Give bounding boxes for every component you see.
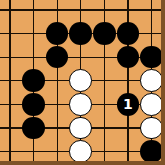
intersection-r5-c7 <box>140 93 164 117</box>
intersection-r5-c3 <box>45 93 69 117</box>
board-edge-right <box>161 0 165 165</box>
black-stone <box>46 22 69 45</box>
intersection-r7-c1 <box>0 140 22 164</box>
intersection-r2-c1 <box>0 22 22 46</box>
intersection-r6-c4 <box>69 116 93 140</box>
intersection-r1-c6 <box>116 0 140 22</box>
intersection-r5-c1 <box>0 93 22 117</box>
black-stone <box>22 69 45 92</box>
intersection-r1-c4 <box>69 0 93 22</box>
intersection-r1-c3 <box>45 0 69 22</box>
intersection-r3-c1 <box>0 45 22 69</box>
intersection-r6-c7 <box>140 116 164 140</box>
intersection-r7-c7 <box>140 140 164 164</box>
intersection-r5-c4 <box>69 93 93 117</box>
intersection-r4-c6 <box>116 69 140 93</box>
intersection-r2-c4 <box>69 22 93 46</box>
intersection-r5-c2 <box>22 93 46 117</box>
intersection-r4-c5 <box>93 69 117 93</box>
intersection-r3-c2 <box>22 45 46 69</box>
intersection-r3-c3 <box>45 45 69 69</box>
intersection-r2-c2 <box>22 22 46 46</box>
intersection-r3-c4 <box>69 45 93 69</box>
intersection-r7-c5 <box>93 140 117 164</box>
intersection-r4-c7 <box>140 69 164 93</box>
intersection-r2-c7 <box>140 22 164 46</box>
intersection-r7-c3 <box>45 140 69 164</box>
intersection-r6-c2 <box>22 116 46 140</box>
intersection-r4-c4 <box>69 69 93 93</box>
black-stone <box>140 140 163 163</box>
black-stone <box>22 117 45 140</box>
intersection-r1-c2 <box>22 0 46 22</box>
intersection-r1-c1 <box>0 0 22 22</box>
black-stone <box>117 46 140 69</box>
black-stone <box>117 22 140 45</box>
white-stone <box>69 69 92 92</box>
intersection-r6-c6 <box>116 116 140 140</box>
go-diagram: 1 <box>0 0 165 165</box>
intersection-r3-c5 <box>93 45 117 69</box>
white-stone <box>140 93 163 116</box>
black-stone <box>46 46 69 69</box>
intersection-r3-c6 <box>116 45 140 69</box>
intersection-r2-c5 <box>93 22 117 46</box>
intersection-r5-c5 <box>93 93 117 117</box>
black-stone <box>93 22 116 45</box>
intersection-r6-c3 <box>45 116 69 140</box>
move-number-label: 1 <box>123 97 133 111</box>
black-stone <box>140 46 163 69</box>
intersection-r7-c6 <box>116 140 140 164</box>
intersection-r1-c7 <box>140 0 164 22</box>
intersection-r4-c1 <box>0 69 22 93</box>
go-board: 1 <box>0 0 165 165</box>
intersection-r4-c2 <box>22 69 46 93</box>
black-stone <box>22 93 45 116</box>
white-stone <box>69 140 92 163</box>
black-stone-marked-1: 1 <box>117 93 140 116</box>
intersection-r6-c1 <box>0 116 22 140</box>
intersection-r7-c4 <box>69 140 93 164</box>
intersections: 1 <box>0 0 163 163</box>
white-stone <box>140 117 163 140</box>
intersection-r6-c5 <box>93 116 117 140</box>
intersection-r2-c3 <box>45 22 69 46</box>
intersection-r7-c2 <box>22 140 46 164</box>
white-stone <box>140 69 163 92</box>
intersection-r5-c6: 1 <box>116 93 140 117</box>
intersection-r2-c6 <box>116 22 140 46</box>
white-stone <box>69 93 92 116</box>
intersection-r1-c5 <box>93 0 117 22</box>
board-edge-bottom <box>0 161 165 165</box>
black-stone <box>69 22 92 45</box>
white-stone <box>69 117 92 140</box>
intersection-r3-c7 <box>140 45 164 69</box>
intersection-r4-c3 <box>45 69 69 93</box>
